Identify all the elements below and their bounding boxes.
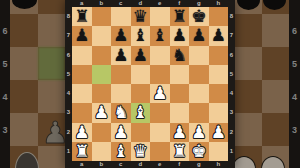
background-rank-label: 4 — [0, 92, 10, 102]
square-h6[interactable] — [209, 46, 229, 65]
piece-white-bishop[interactable]: ♝ — [133, 103, 148, 122]
background-rank-label: 4 — [289, 92, 300, 102]
rank-label: 1 — [65, 142, 72, 161]
square-h2[interactable]: ♟ — [209, 123, 229, 142]
file-label: h — [209, 161, 229, 168]
piece-white-pawn[interactable]: ♟ — [172, 123, 187, 142]
file-label: g — [189, 161, 209, 168]
square-d2[interactable] — [131, 123, 151, 142]
square-b8[interactable] — [92, 7, 112, 26]
square-a7[interactable]: ♟ — [72, 26, 92, 45]
square-c3[interactable]: ♞ — [111, 103, 131, 122]
background-board-left: ♟ 6543 — [0, 0, 65, 168]
piece-black-pawn[interactable]: ♟ — [113, 26, 128, 45]
file-label: b — [92, 161, 112, 168]
file-label: d — [131, 161, 151, 168]
square-a1[interactable]: ♜ — [72, 142, 92, 161]
square-f4[interactable] — [170, 84, 190, 103]
square-e8[interactable] — [150, 7, 170, 26]
rank-label: 5 — [65, 65, 72, 84]
app-frame: ♟ 6543 6543 abcdefgh 87654321 87654321 a… — [0, 0, 300, 168]
piece-black-bishop[interactable]: ♝ — [152, 26, 167, 45]
square-g4[interactable] — [189, 84, 209, 103]
rank-label: 8 — [65, 7, 72, 26]
square-f1[interactable]: ♜ — [170, 142, 190, 161]
square-a6[interactable] — [72, 46, 92, 65]
square-g2[interactable]: ♟ — [189, 123, 209, 142]
piece-black-pawn[interactable]: ♟ — [133, 46, 148, 65]
square-d5[interactable] — [131, 65, 151, 84]
square-h4[interactable] — [209, 84, 229, 103]
rank-label: 4 — [65, 84, 72, 103]
background-rank-strip-right: 6543 — [289, 0, 300, 168]
square-g5[interactable] — [189, 65, 209, 84]
ranks-strip-left: 87654321 — [65, 7, 72, 161]
square-g6[interactable] — [189, 46, 209, 65]
file-label: b — [92, 0, 112, 7]
file-label: f — [170, 161, 190, 168]
background-squares-right — [235, 0, 289, 168]
background-rank-label: 6 — [0, 26, 10, 36]
square-h8[interactable] — [209, 7, 229, 26]
square-f7[interactable]: ♟ — [170, 26, 190, 45]
piece-black-queen[interactable]: ♛ — [133, 7, 148, 26]
rank-label: 6 — [65, 46, 72, 65]
square-b6[interactable] — [92, 46, 112, 65]
square-d3[interactable]: ♝ — [131, 103, 151, 122]
piece-black-bishop[interactable]: ♝ — [133, 26, 148, 45]
background-rank-label: 5 — [289, 59, 300, 69]
piece-white-bishop[interactable]: ♝ — [113, 142, 128, 161]
background-rank-label: 6 — [289, 26, 300, 36]
square-b1[interactable] — [92, 142, 112, 161]
rank-label: 6 — [228, 46, 235, 65]
piece-white-pawn[interactable]: ♟ — [113, 123, 128, 142]
square-d8[interactable]: ♛ — [131, 7, 151, 26]
rank-label: 2 — [65, 123, 72, 142]
background-rank-strip-left: 6543 — [0, 0, 10, 168]
piece-black-king[interactable]: ♚ — [191, 7, 206, 26]
piece-white-pawn[interactable]: ♟ — [191, 123, 206, 142]
ranks-strip-right: 87654321 — [228, 7, 235, 161]
piece-white-pawn[interactable]: ♟ — [211, 123, 226, 142]
file-label: h — [209, 0, 229, 7]
piece-white-rook[interactable]: ♜ — [172, 142, 187, 161]
piece-white-king[interactable]: ♚ — [191, 142, 206, 161]
square-e3[interactable] — [150, 103, 170, 122]
square-f6[interactable]: ♞ — [170, 46, 190, 65]
rank-label: 5 — [228, 65, 235, 84]
piece-black-rook[interactable]: ♜ — [74, 7, 89, 26]
piece-black-pawn[interactable]: ♟ — [211, 26, 226, 45]
square-e2[interactable] — [150, 123, 170, 142]
file-label: c — [111, 161, 131, 168]
square-e5[interactable] — [150, 65, 170, 84]
piece-white-knight[interactable]: ♞ — [113, 103, 128, 122]
rank-label: 7 — [228, 26, 235, 45]
square-e7[interactable]: ♝ — [150, 26, 170, 45]
square-c2[interactable]: ♟ — [111, 123, 131, 142]
square-c6[interactable]: ♟ — [111, 46, 131, 65]
background-rank-label: 5 — [0, 59, 10, 69]
square-c4[interactable] — [111, 84, 131, 103]
square-b2[interactable] — [92, 123, 112, 142]
square-b3[interactable]: ♟ — [92, 103, 112, 122]
square-c7[interactable]: ♟ — [111, 26, 131, 45]
square-h1[interactable] — [209, 142, 229, 161]
file-label: e — [150, 161, 170, 168]
piece-white-rook[interactable]: ♜ — [74, 142, 89, 161]
square-a5[interactable] — [72, 65, 92, 84]
piece-black-knight[interactable]: ♞ — [172, 46, 187, 65]
file-label: e — [150, 0, 170, 7]
square-g1[interactable]: ♚ — [189, 142, 209, 161]
rank-label: 3 — [65, 103, 72, 122]
square-d4[interactable] — [131, 84, 151, 103]
square-e6[interactable] — [150, 46, 170, 65]
background-highlight-square — [38, 47, 65, 80]
rank-label: 4 — [228, 84, 235, 103]
piece-white-pawn[interactable]: ♟ — [152, 84, 167, 103]
square-g8[interactable]: ♚ — [189, 7, 209, 26]
square-g3[interactable] — [189, 103, 209, 122]
square-f3[interactable] — [170, 103, 190, 122]
square-f2[interactable]: ♟ — [170, 123, 190, 142]
rank-label: 1 — [228, 142, 235, 161]
rank-label: 2 — [228, 123, 235, 142]
square-c5[interactable] — [111, 65, 131, 84]
square-a4[interactable] — [72, 84, 92, 103]
square-c1[interactable]: ♝ — [111, 142, 131, 161]
square-f8[interactable]: ♜ — [170, 7, 190, 26]
rank-label: 7 — [65, 26, 72, 45]
board-squares: ♜♛♜♚♟♟♝♝♟♟♟♟♟♞♟♟♞♝♟♟♟♟♟♜♝♛♜♚ — [72, 7, 228, 161]
square-a2[interactable]: ♟ — [72, 123, 92, 142]
piece-black-pawn[interactable]: ♟ — [74, 26, 89, 45]
square-h7[interactable]: ♟ — [209, 26, 229, 45]
piece-black-pawn[interactable]: ♟ — [113, 46, 128, 65]
square-g7[interactable]: ♟ — [189, 26, 209, 45]
background-rank-label: 3 — [0, 125, 10, 135]
square-e4[interactable]: ♟ — [150, 84, 170, 103]
background-rank-label: 3 — [289, 125, 300, 135]
square-f5[interactable] — [170, 65, 190, 84]
square-b5[interactable] — [92, 65, 112, 84]
background-board-right: 6543 — [235, 0, 300, 168]
piece-black-pawn[interactable]: ♟ — [172, 26, 187, 45]
file-label: c — [111, 0, 131, 7]
square-h3[interactable] — [209, 103, 229, 122]
file-label: a — [72, 161, 92, 168]
square-e1[interactable] — [150, 142, 170, 161]
piece-white-queen[interactable]: ♛ — [133, 142, 148, 161]
square-d7[interactable]: ♝ — [131, 26, 151, 45]
square-b4[interactable] — [92, 84, 112, 103]
square-a8[interactable]: ♜ — [72, 7, 92, 26]
files-strip-bottom: abcdefgh — [72, 161, 228, 168]
square-h5[interactable] — [209, 65, 229, 84]
piece-white-pawn[interactable]: ♟ — [74, 123, 89, 142]
piece-black-rook[interactable]: ♜ — [172, 7, 187, 26]
square-a3[interactable] — [72, 103, 92, 122]
chess-board: abcdefgh 87654321 87654321 abcdefgh ♜♛♜♚… — [65, 0, 235, 168]
square-b7[interactable] — [92, 26, 112, 45]
square-d1[interactable]: ♛ — [131, 142, 151, 161]
square-d6[interactable]: ♟ — [131, 46, 151, 65]
square-c8[interactable] — [111, 7, 131, 26]
rank-label: 3 — [228, 103, 235, 122]
rank-label: 8 — [228, 7, 235, 26]
piece-black-pawn[interactable]: ♟ — [191, 26, 206, 45]
piece-white-pawn[interactable]: ♟ — [94, 103, 109, 122]
